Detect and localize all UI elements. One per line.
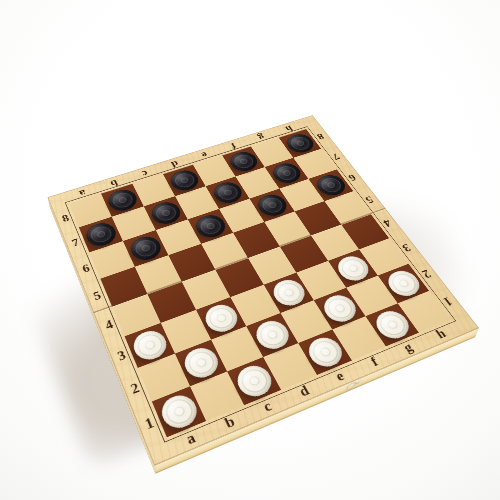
piece-disc: [129, 327, 171, 364]
checker-white-c1[interactable]: [232, 361, 277, 401]
square-d2[interactable]: [246, 313, 298, 357]
piece-disc: [268, 276, 309, 309]
square-c2[interactable]: [211, 326, 263, 371]
piece-disc: [318, 291, 361, 325]
square-g1[interactable]: [365, 303, 418, 346]
piece-disc: [200, 301, 241, 336]
square-g2[interactable]: [346, 276, 398, 317]
piece-disc: [179, 344, 222, 382]
square-b5[interactable]: [135, 255, 182, 294]
piece-disc: [318, 291, 361, 325]
piece-disc: [303, 333, 347, 371]
piece-shadow: [246, 317, 296, 359]
checker-white-e1[interactable]: [303, 333, 347, 371]
square-h1[interactable]: [398, 291, 451, 333]
square-c3[interactable]: [196, 297, 246, 340]
piece-disc: [251, 317, 294, 353]
rank-label-left-3: 3: [106, 336, 138, 375]
piece-disc: [232, 361, 277, 401]
checker-white-e3[interactable]: [268, 276, 309, 309]
board: aabbccddeeffgghh8877665544332211: [48, 115, 479, 465]
piece-disc: [268, 276, 309, 309]
rank-label-left-1: 1: [132, 402, 167, 446]
clasp-loop: [346, 381, 356, 392]
square-c1[interactable]: [227, 357, 281, 405]
square-a1[interactable]: [152, 386, 206, 437]
square-e1[interactable]: [298, 329, 352, 375]
piece-disc: [157, 391, 202, 433]
square-b4[interactable]: [147, 282, 196, 323]
square-a5[interactable]: [100, 267, 147, 307]
piece-shadow: [366, 308, 417, 350]
checker-white-a3[interactable]: [129, 327, 171, 364]
checker-white-h2[interactable]: [382, 267, 424, 300]
piece-disc: [303, 333, 347, 371]
piece-disc: [370, 307, 414, 343]
checker-white-a1[interactable]: [157, 391, 202, 433]
piece-disc: [200, 301, 241, 336]
piece-disc: [370, 307, 414, 343]
square-a4[interactable]: [112, 294, 161, 336]
metal-clasp-icon: [345, 378, 363, 392]
piece-disc: [200, 301, 241, 336]
square-h2[interactable]: [378, 264, 429, 304]
piece-shadow: [227, 362, 279, 408]
piece-disc: [370, 307, 414, 343]
piece-disc: [157, 391, 202, 433]
square-e2[interactable]: [280, 300, 332, 343]
piece-disc: [382, 267, 424, 300]
piece-shadow: [151, 391, 203, 440]
piece-shadow: [124, 327, 172, 370]
checker-white-c3[interactable]: [200, 301, 241, 336]
square-d4[interactable]: [215, 258, 263, 297]
piece-disc: [268, 276, 309, 309]
piece-shadow: [196, 301, 244, 342]
square-c4[interactable]: [182, 270, 231, 310]
piece-disc: [303, 333, 347, 371]
piece-disc: [157, 391, 202, 433]
square-f1[interactable]: [332, 316, 386, 360]
piece-shadow: [314, 292, 364, 332]
piece-disc: [179, 344, 222, 382]
rank-label-right-1: 1: [429, 284, 467, 319]
square-a2[interactable]: [138, 354, 190, 402]
board-front-edge: [154, 328, 479, 474]
piece-disc: [318, 291, 361, 325]
piece-shadow: [298, 334, 350, 378]
square-b3[interactable]: [161, 310, 211, 354]
clasp-hook: [353, 379, 362, 385]
square-d3[interactable]: [230, 285, 280, 326]
square-d1[interactable]: [263, 343, 317, 390]
square-f2[interactable]: [314, 288, 366, 330]
square-a3[interactable]: [125, 323, 175, 368]
piece-disc: [129, 327, 171, 364]
piece-disc: [129, 327, 171, 364]
checker-white-b2[interactable]: [179, 344, 222, 382]
piece-disc: [232, 361, 277, 401]
checker-white-f2[interactable]: [318, 291, 361, 325]
piece-disc: [251, 317, 294, 353]
rank-label-left-2: 2: [118, 368, 151, 410]
piece-disc: [179, 344, 222, 382]
piece-disc: [251, 317, 294, 353]
square-b2[interactable]: [175, 340, 227, 387]
square-e3[interactable]: [264, 273, 314, 313]
rank-label-left-4: 4: [94, 307, 125, 344]
piece-shadow: [174, 344, 224, 389]
piece-disc: [232, 361, 277, 401]
piece-shadow: [264, 277, 312, 316]
checker-white-g1[interactable]: [370, 307, 414, 343]
scene: aabbccddeeffgghh8877665544332211: [0, 0, 500, 500]
square-b1[interactable]: [190, 371, 244, 421]
checker-white-d2[interactable]: [251, 317, 294, 353]
rank-label-right-2: 2: [409, 258, 445, 291]
